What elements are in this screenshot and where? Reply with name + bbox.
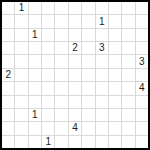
grid-cell[interactable] — [96, 2, 108, 14]
grid-cell[interactable] — [29, 96, 41, 108]
grid-cell[interactable] — [109, 82, 121, 94]
grid-cell[interactable] — [42, 122, 54, 134]
grid-cell[interactable] — [82, 82, 94, 94]
grid-cell[interactable] — [136, 122, 148, 134]
grid-cell[interactable] — [42, 96, 54, 108]
grid-cell[interactable] — [55, 96, 67, 108]
grid-cell[interactable] — [15, 55, 27, 67]
grid-cell[interactable] — [109, 15, 121, 27]
grid-cell[interactable] — [69, 29, 81, 41]
grid-cell[interactable] — [96, 96, 108, 108]
grid-cell[interactable] — [15, 29, 27, 41]
grid-cell[interactable] — [136, 136, 148, 148]
grid-cell[interactable] — [29, 69, 41, 81]
grid-cell[interactable] — [96, 109, 108, 121]
grid-cell[interactable] — [55, 82, 67, 94]
grid-cell[interactable] — [42, 42, 54, 54]
grid-cell[interactable] — [96, 82, 108, 94]
grid-cell[interactable] — [2, 109, 14, 121]
grid-cell[interactable] — [69, 96, 81, 108]
grid-cell[interactable] — [109, 122, 121, 134]
grid-cell[interactable] — [29, 2, 41, 14]
grid-cell[interactable] — [109, 42, 121, 54]
grid-cell[interactable] — [42, 82, 54, 94]
grid-cell[interactable] — [15, 82, 27, 94]
clue-cell: 1 — [96, 15, 108, 27]
grid-cell[interactable] — [69, 109, 81, 121]
grid-cell[interactable] — [109, 136, 121, 148]
grid-cell[interactable] — [42, 109, 54, 121]
grid-cell[interactable] — [42, 15, 54, 27]
grid-cell[interactable] — [15, 42, 27, 54]
grid-cell[interactable] — [55, 2, 67, 14]
grid-cell[interactable] — [82, 136, 94, 148]
grid-cell[interactable] — [55, 55, 67, 67]
grid-cell[interactable] — [2, 136, 14, 148]
grid-cell[interactable] — [42, 69, 54, 81]
grid-cell[interactable] — [42, 29, 54, 41]
grid-cell[interactable] — [29, 122, 41, 134]
grid-cell[interactable] — [2, 15, 14, 27]
grid-cell[interactable] — [55, 29, 67, 41]
grid-cell[interactable] — [15, 69, 27, 81]
grid-cell[interactable] — [69, 15, 81, 27]
grid-cell[interactable] — [15, 136, 27, 148]
clue-cell: 1 — [29, 29, 41, 41]
grid-cell[interactable] — [96, 69, 108, 81]
grid-cell[interactable] — [82, 69, 94, 81]
grid-cell[interactable] — [29, 136, 41, 148]
grid-cell[interactable] — [2, 42, 14, 54]
grid-cell[interactable] — [69, 82, 81, 94]
grid-cell[interactable] — [29, 82, 41, 94]
grid-cell[interactable] — [109, 96, 121, 108]
grid-cell[interactable] — [136, 2, 148, 14]
grid-cell[interactable] — [2, 96, 14, 108]
grid-cell[interactable] — [55, 69, 67, 81]
clue-cell: 3 — [96, 42, 108, 54]
grid-cell[interactable] — [82, 15, 94, 27]
grid-cell[interactable] — [122, 122, 134, 134]
grid-cell[interactable] — [55, 136, 67, 148]
puzzle-board: 11123324141 — [0, 0, 150, 150]
clue-cell: 4 — [69, 122, 81, 134]
grid-cell[interactable] — [42, 2, 54, 14]
grid-cell[interactable] — [96, 29, 108, 41]
grid-cell[interactable] — [122, 55, 134, 67]
clue-cell: 2 — [69, 42, 81, 54]
grid-cell[interactable] — [82, 29, 94, 41]
grid-cell[interactable] — [82, 55, 94, 67]
grid-cell[interactable] — [122, 15, 134, 27]
clue-cell: 4 — [136, 82, 148, 94]
grid-cell[interactable] — [122, 2, 134, 14]
clue-cell: 3 — [136, 55, 148, 67]
clue-cell: 2 — [2, 69, 14, 81]
grid-cell[interactable] — [55, 42, 67, 54]
grid-cell[interactable] — [15, 109, 27, 121]
grid-cell[interactable] — [2, 55, 14, 67]
grid-cell[interactable] — [15, 122, 27, 134]
clue-cell: 1 — [29, 109, 41, 121]
grid-cell[interactable] — [2, 29, 14, 41]
grid-cell[interactable] — [69, 69, 81, 81]
puzzle-page: 11123324141 — [0, 0, 150, 150]
grid-cell[interactable] — [55, 109, 67, 121]
grid-cell[interactable] — [2, 82, 14, 94]
grid-cell[interactable] — [122, 29, 134, 41]
grid-cell[interactable] — [136, 29, 148, 41]
grid-cell[interactable] — [29, 42, 41, 54]
grid-cell[interactable] — [15, 15, 27, 27]
grid-cell[interactable] — [42, 55, 54, 67]
grid-cell[interactable] — [2, 122, 14, 134]
grid-cell[interactable] — [122, 69, 134, 81]
grid-cell[interactable] — [55, 122, 67, 134]
clue-cell: 1 — [42, 136, 54, 148]
grid-cell[interactable] — [122, 96, 134, 108]
grid-cell[interactable] — [82, 2, 94, 14]
grid-cell[interactable] — [109, 2, 121, 14]
grid-cell[interactable] — [29, 15, 41, 27]
grid-cell[interactable] — [136, 96, 148, 108]
grid-cell[interactable] — [15, 96, 27, 108]
grid-cell[interactable] — [69, 2, 81, 14]
grid-cell[interactable] — [82, 42, 94, 54]
grid-cell[interactable] — [82, 96, 94, 108]
grid-cell[interactable] — [109, 55, 121, 67]
grid-cell[interactable] — [29, 55, 41, 67]
clue-cell: 1 — [15, 2, 27, 14]
grid-cell[interactable] — [109, 29, 121, 41]
grid-cell[interactable] — [109, 69, 121, 81]
grid-cell[interactable] — [136, 42, 148, 54]
grid-cell[interactable] — [136, 69, 148, 81]
grid-cell[interactable] — [82, 122, 94, 134]
grid-cell[interactable] — [136, 15, 148, 27]
grid-cell[interactable] — [69, 136, 81, 148]
grid-cell[interactable] — [122, 42, 134, 54]
grid-cell[interactable] — [122, 82, 134, 94]
grid-cell[interactable] — [136, 109, 148, 121]
grid-cell[interactable] — [82, 109, 94, 121]
grid-cell[interactable] — [69, 55, 81, 67]
grid-cell[interactable] — [96, 122, 108, 134]
grid-cell[interactable] — [2, 2, 14, 14]
grid-cell[interactable] — [55, 15, 67, 27]
grid-cell[interactable] — [96, 55, 108, 67]
grid-cell[interactable] — [109, 109, 121, 121]
grid-cell[interactable] — [122, 109, 134, 121]
grid-cell[interactable] — [122, 136, 134, 148]
grid-cell[interactable] — [96, 136, 108, 148]
